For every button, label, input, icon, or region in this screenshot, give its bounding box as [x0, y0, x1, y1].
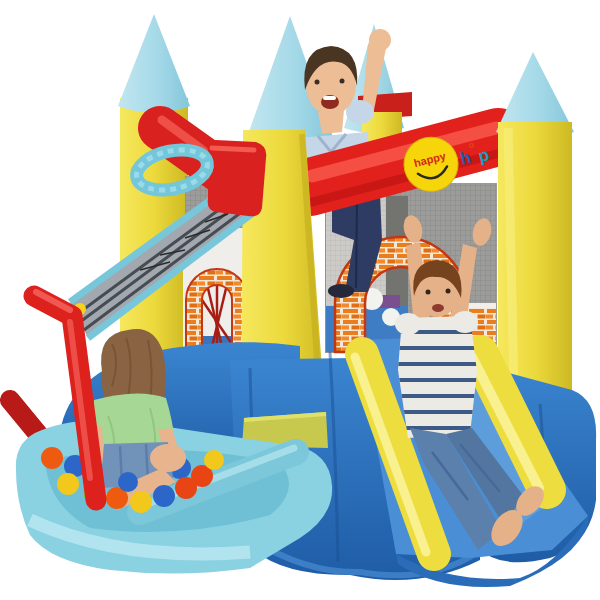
tower-front-right [496, 52, 574, 400]
product-photo-bouncy-castle: happy h o p [0, 0, 600, 600]
boy-jumping-fist [369, 29, 391, 51]
tower-back-left-cone [118, 14, 190, 113]
bouncy-castle-illustration: happy h o p [0, 0, 600, 600]
boy-jumping-shoe [328, 284, 354, 298]
goal-frame-far-post [10, 400, 38, 434]
